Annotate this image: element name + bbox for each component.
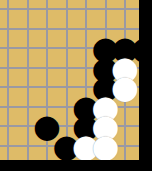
screenshot-root: ●●●●●●●●●●●●●●● [0,0,152,171]
white-stone[interactable]: ● [96,136,116,156]
go-board[interactable]: ●●●●●●●●●●●●●●● [0,0,139,160]
grid-line-vertical [7,0,9,160]
grid-line-horizontal [0,8,139,10]
grid-line-vertical [27,0,29,160]
